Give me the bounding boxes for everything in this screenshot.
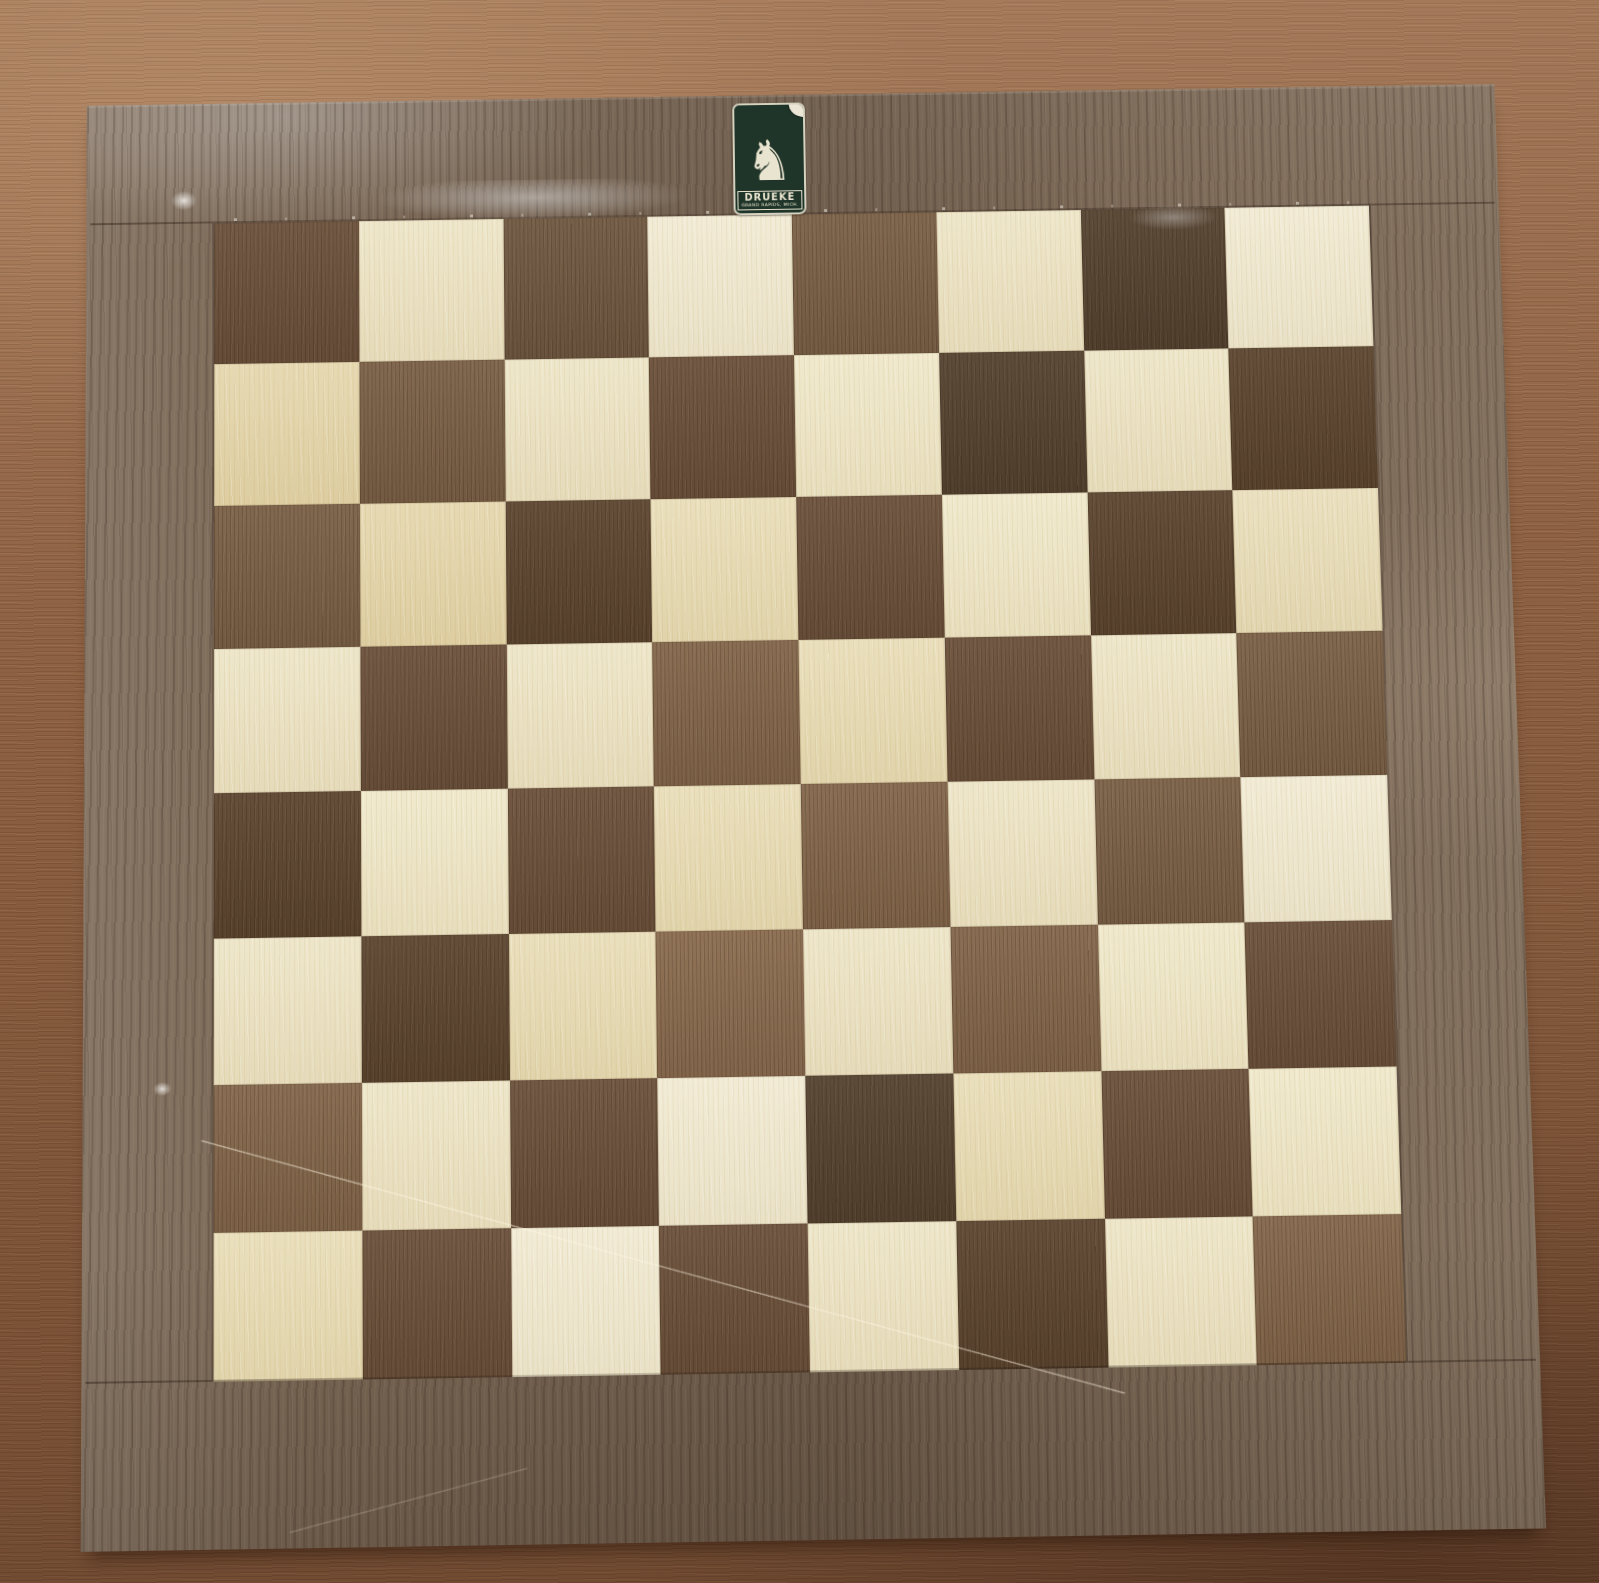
- board-square[interactable]: [794, 353, 942, 497]
- board-square[interactable]: [507, 786, 655, 934]
- board-square[interactable]: [1101, 1069, 1253, 1219]
- chess-board[interactable]: ♞ DRUEKE GRAND RAPIDS, MICH.: [81, 84, 1546, 1552]
- board-grid: [214, 206, 1407, 1382]
- board-square[interactable]: [953, 1071, 1104, 1221]
- board-square[interactable]: [1249, 1066, 1402, 1216]
- board-square[interactable]: [805, 1073, 956, 1223]
- board-square[interactable]: [956, 1219, 1108, 1370]
- knight-icon: ♞: [745, 133, 793, 190]
- board-square[interactable]: [792, 212, 939, 355]
- board-square[interactable]: [947, 779, 1097, 927]
- board-square[interactable]: [1229, 346, 1378, 490]
- board-square[interactable]: [359, 219, 504, 362]
- board-square[interactable]: [1245, 920, 1397, 1069]
- board-square[interactable]: [808, 1221, 959, 1372]
- table-surface: ♞ DRUEKE GRAND RAPIDS, MICH.: [0, 0, 1599, 1583]
- board-square[interactable]: [1225, 206, 1374, 349]
- board-square[interactable]: [214, 647, 361, 793]
- board-square[interactable]: [656, 929, 806, 1078]
- board-square[interactable]: [1104, 1216, 1257, 1367]
- scratch-mark-short: [290, 1468, 527, 1533]
- board-square[interactable]: [942, 492, 1091, 637]
- chip-top-left-corner: [171, 191, 197, 211]
- board-square[interactable]: [1094, 777, 1245, 925]
- board-square[interactable]: [1237, 631, 1388, 777]
- board-square[interactable]: [1097, 922, 1248, 1071]
- label-torn-corner: [787, 102, 806, 117]
- chip-left-edge: [153, 1082, 171, 1096]
- board-square[interactable]: [214, 936, 362, 1085]
- board-square[interactable]: [511, 1226, 661, 1377]
- label-subtext: GRAND RAPIDS, MICH.: [742, 203, 799, 210]
- board-square[interactable]: [361, 789, 509, 937]
- board-square[interactable]: [214, 362, 360, 506]
- board-square[interactable]: [214, 1231, 363, 1382]
- board-square[interactable]: [939, 351, 1087, 495]
- board-square[interactable]: [214, 791, 361, 939]
- board-square[interactable]: [214, 1083, 363, 1233]
- board-square[interactable]: [950, 925, 1101, 1074]
- board-square[interactable]: [1080, 208, 1228, 351]
- board-square[interactable]: [1241, 775, 1392, 923]
- board-square[interactable]: [651, 497, 799, 642]
- board-square[interactable]: [798, 638, 947, 784]
- board-square[interactable]: [361, 934, 509, 1083]
- board-square[interactable]: [360, 501, 507, 646]
- board-square[interactable]: [796, 495, 944, 640]
- board-square[interactable]: [360, 644, 507, 790]
- board-square[interactable]: [1253, 1214, 1406, 1365]
- board-square[interactable]: [505, 499, 652, 644]
- board-square[interactable]: [654, 784, 803, 932]
- board-square[interactable]: [214, 221, 359, 364]
- board-square[interactable]: [504, 357, 651, 501]
- board-square[interactable]: [1084, 348, 1233, 492]
- board-square[interactable]: [649, 355, 796, 499]
- board-square[interactable]: [503, 217, 649, 360]
- board-square[interactable]: [1087, 490, 1236, 635]
- board-square[interactable]: [362, 1228, 512, 1379]
- board-square[interactable]: [359, 360, 505, 504]
- board-square[interactable]: [647, 214, 794, 357]
- board-square[interactable]: [944, 635, 1093, 781]
- board-square[interactable]: [936, 210, 1084, 353]
- board-square[interactable]: [1233, 488, 1383, 633]
- board-square[interactable]: [803, 927, 953, 1076]
- board-square[interactable]: [657, 1076, 807, 1226]
- board-square[interactable]: [214, 504, 360, 649]
- board-square[interactable]: [801, 782, 951, 930]
- board-square[interactable]: [652, 640, 800, 786]
- board-square[interactable]: [1091, 633, 1241, 779]
- board-square[interactable]: [362, 1080, 511, 1230]
- drueke-label: ♞ DRUEKE GRAND RAPIDS, MICH.: [732, 102, 806, 215]
- board-square[interactable]: [506, 642, 654, 788]
- board-square[interactable]: [510, 1078, 660, 1228]
- board-square[interactable]: [659, 1223, 810, 1374]
- board-square[interactable]: [508, 932, 657, 1081]
